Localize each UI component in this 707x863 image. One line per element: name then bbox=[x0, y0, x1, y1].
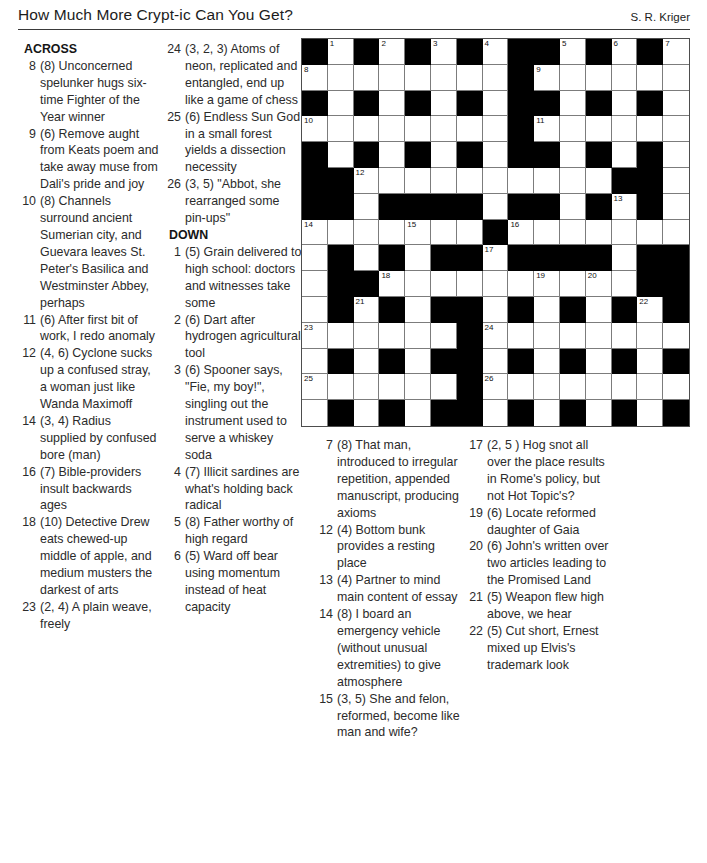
clue-down-21: 21(5) Weapon flew high above, we hear bbox=[463, 589, 610, 623]
grid-cell[interactable] bbox=[354, 116, 380, 142]
grid-cell[interactable] bbox=[560, 142, 586, 168]
cell-number: 22 bbox=[639, 297, 648, 307]
clue-text: (5) Cut short, Ernest mixed up Elvis's t… bbox=[487, 623, 610, 674]
clue-text: (10) Detective Drew eats chewed-up middl… bbox=[40, 514, 159, 599]
cell-number: 21 bbox=[356, 297, 365, 307]
clue-across-23: 23(2, 4) A plain weave, freely bbox=[16, 599, 159, 633]
clue-text: (5) Ward off bear using momentum instead… bbox=[185, 548, 302, 616]
clue-number: 19 bbox=[463, 505, 483, 539]
cell-number: 14 bbox=[304, 220, 313, 230]
cell-number: 23 bbox=[304, 323, 313, 333]
grid-cell-block bbox=[560, 349, 586, 375]
clue-number: 14 bbox=[16, 413, 36, 464]
grid-cell[interactable] bbox=[534, 220, 560, 246]
clue-down-20: 20(6) John's written over two articles l… bbox=[463, 538, 610, 589]
across-header: ACROSS bbox=[16, 41, 159, 58]
clue-text: (6) Spooner says, "Fie, my boy!", singli… bbox=[185, 362, 302, 463]
grid-cell[interactable] bbox=[379, 116, 405, 142]
grid-cell-block bbox=[534, 39, 560, 65]
clue-down-4: 4(7) Illicit sardines are what's holding… bbox=[161, 464, 302, 515]
grid-cell[interactable] bbox=[612, 245, 638, 271]
grid-cell[interactable] bbox=[612, 65, 638, 91]
grid-cell[interactable] bbox=[560, 65, 586, 91]
grid-cell-block bbox=[354, 142, 380, 168]
cell-number: 16 bbox=[510, 220, 519, 230]
grid-cell-block bbox=[560, 297, 586, 323]
grid-cell[interactable]: 11 bbox=[534, 116, 560, 142]
clue-down-2: 2(6) Dart after hydrogen agricultural to… bbox=[161, 312, 302, 363]
grid-cell[interactable] bbox=[379, 374, 405, 400]
grid-cell-block bbox=[534, 91, 560, 117]
grid-cell[interactable] bbox=[302, 245, 328, 271]
grid-cell[interactable] bbox=[328, 91, 354, 117]
grid-cell-block bbox=[663, 271, 689, 297]
grid-cell-block bbox=[457, 142, 483, 168]
grid-cell[interactable]: 22 bbox=[637, 297, 663, 323]
cell-number: 4 bbox=[485, 39, 489, 49]
grid-cell-block bbox=[612, 168, 638, 194]
grid-cell[interactable]: 4 bbox=[483, 39, 509, 65]
grid-cell-block bbox=[328, 194, 354, 220]
clue-text: (8) Channels surround ancient Sumerian c… bbox=[40, 193, 159, 311]
grid-cell[interactable] bbox=[637, 220, 663, 246]
grid-cell-block bbox=[586, 91, 612, 117]
clue-down-6: 6(5) Ward off bear using momentum instea… bbox=[161, 548, 302, 616]
grid-cell[interactable] bbox=[483, 194, 509, 220]
clue-down-19: 19(6) Locate reformed daughter of Gaia bbox=[463, 505, 610, 539]
grid-cell-block bbox=[302, 142, 328, 168]
clue-text: (6) After first bit of work, I redo anom… bbox=[40, 312, 159, 346]
clue-text: (2, 4) A plain weave, freely bbox=[40, 599, 159, 633]
grid-cell-block bbox=[508, 65, 534, 91]
grid-cell-block bbox=[508, 91, 534, 117]
grid-cell[interactable] bbox=[560, 220, 586, 246]
grid-cell[interactable] bbox=[379, 323, 405, 349]
grid-cell-block bbox=[431, 245, 457, 271]
clue-number: 25 bbox=[161, 109, 181, 177]
grid-cell-block bbox=[586, 194, 612, 220]
grid-cell[interactable] bbox=[612, 142, 638, 168]
clue-text: (6) Endless Sun God in a small forest yi… bbox=[185, 109, 302, 177]
clue-column-3: 7(8) That man, introduced to irregular r… bbox=[313, 437, 462, 741]
clue-down-7: 7(8) That man, introduced to irregular r… bbox=[313, 437, 462, 522]
grid-cell[interactable]: 16 bbox=[508, 220, 534, 246]
grid-cell-block bbox=[663, 349, 689, 375]
clue-across-11: 11(6) After first bit of work, I redo an… bbox=[16, 312, 159, 346]
grid-cell[interactable] bbox=[379, 168, 405, 194]
grid-cell-block bbox=[457, 297, 483, 323]
grid-cell[interactable]: 17 bbox=[483, 245, 509, 271]
grid-cell[interactable] bbox=[328, 220, 354, 246]
grid-cell[interactable] bbox=[354, 194, 380, 220]
grid-cell-block bbox=[457, 91, 483, 117]
grid-cell-block bbox=[302, 39, 328, 65]
grid-cell[interactable]: 23 bbox=[302, 323, 328, 349]
grid-cell[interactable] bbox=[405, 374, 431, 400]
grid-cell-block bbox=[612, 297, 638, 323]
grid-cell[interactable]: 10 bbox=[302, 116, 328, 142]
grid-cell-block bbox=[302, 168, 328, 194]
clue-text: (7) Illicit sardines are what's holding … bbox=[185, 464, 302, 515]
clue-number: 20 bbox=[463, 538, 483, 589]
grid-cell-block bbox=[637, 91, 663, 117]
cell-number: 13 bbox=[614, 194, 623, 204]
clue-number: 4 bbox=[161, 464, 181, 515]
grid-cell[interactable]: 7 bbox=[663, 39, 689, 65]
grid-cell[interactable] bbox=[431, 168, 457, 194]
clue-across-18: 18(10) Detective Drew eats chewed-up mid… bbox=[16, 514, 159, 599]
page-title: How Much More Crypt-ic Can You Get? bbox=[18, 6, 293, 24]
grid-cell[interactable] bbox=[431, 116, 457, 142]
cell-number: 1 bbox=[330, 39, 334, 49]
grid-cell-block bbox=[612, 400, 638, 426]
clue-across-25: 25(6) Endless Sun God in a small forest … bbox=[161, 109, 302, 177]
grid-cell[interactable] bbox=[354, 349, 380, 375]
clue-text: (6) Dart after hydrogen agricultural too… bbox=[185, 312, 302, 363]
grid-cell[interactable] bbox=[612, 220, 638, 246]
grid-cell[interactable] bbox=[354, 323, 380, 349]
grid-cell[interactable] bbox=[328, 65, 354, 91]
grid-cell[interactable] bbox=[508, 168, 534, 194]
grid-cell[interactable] bbox=[586, 349, 612, 375]
cell-number: 3 bbox=[433, 39, 437, 49]
grid-cell[interactable] bbox=[612, 91, 638, 117]
grid-cell-block bbox=[405, 39, 431, 65]
grid-cell[interactable] bbox=[354, 245, 380, 271]
grid-cell[interactable] bbox=[637, 323, 663, 349]
grid-cell-block bbox=[586, 142, 612, 168]
grid-cell-block bbox=[302, 194, 328, 220]
grid-cell[interactable] bbox=[560, 116, 586, 142]
grid-cell-block bbox=[328, 297, 354, 323]
grid-cell[interactable]: 6 bbox=[612, 39, 638, 65]
cell-number: 6 bbox=[614, 39, 618, 49]
grid-cell-block bbox=[586, 245, 612, 271]
grid-cell[interactable] bbox=[612, 323, 638, 349]
grid-cell[interactable] bbox=[663, 142, 689, 168]
grid-cell[interactable]: 21 bbox=[354, 297, 380, 323]
cell-number: 24 bbox=[485, 323, 494, 333]
grid-cell-block bbox=[431, 297, 457, 323]
grid-cell[interactable] bbox=[586, 116, 612, 142]
grid-cell[interactable] bbox=[483, 142, 509, 168]
cell-number: 9 bbox=[536, 65, 540, 75]
grid-cell-block bbox=[663, 400, 689, 426]
grid-cell[interactable] bbox=[586, 297, 612, 323]
grid-cell[interactable] bbox=[560, 168, 586, 194]
grid-cell[interactable] bbox=[379, 220, 405, 246]
clue-text: (4) Bottom bunk provides a resting place bbox=[337, 522, 462, 573]
grid-cell[interactable] bbox=[663, 168, 689, 194]
grid-cell[interactable] bbox=[612, 374, 638, 400]
grid-cell[interactable] bbox=[379, 142, 405, 168]
down-header: DOWN bbox=[161, 227, 302, 244]
grid-cell[interactable] bbox=[508, 374, 534, 400]
grid-cell-block bbox=[457, 194, 483, 220]
grid-cell[interactable]: 26 bbox=[483, 374, 509, 400]
grid-cell[interactable] bbox=[302, 349, 328, 375]
grid-cell[interactable] bbox=[354, 65, 380, 91]
grid-cell[interactable] bbox=[457, 220, 483, 246]
clue-down-5: 5(8) Father worthy of high regard bbox=[161, 514, 302, 548]
clue-column-4: 17(2, 5 ) Hog snot all over the place re… bbox=[463, 437, 610, 674]
grid-cell-block bbox=[560, 245, 586, 271]
grid-cell[interactable]: 12 bbox=[354, 168, 380, 194]
clue-across-24: 24(3, 2, 3) Atoms of neon, replicated an… bbox=[161, 41, 302, 109]
grid-cell[interactable]: 24 bbox=[483, 323, 509, 349]
clue-text: (5) Grain delivered to high school: doct… bbox=[185, 244, 302, 312]
grid-cell[interactable] bbox=[431, 323, 457, 349]
cell-number: 20 bbox=[588, 271, 597, 281]
grid-cell[interactable] bbox=[483, 65, 509, 91]
grid-cell-block bbox=[508, 116, 534, 142]
grid-cell-block bbox=[328, 168, 354, 194]
grid-cell[interactable] bbox=[302, 400, 328, 426]
grid-cell[interactable] bbox=[534, 297, 560, 323]
clue-number: 12 bbox=[16, 345, 36, 413]
clue-down-13: 13(4) Partner to mind main content of es… bbox=[313, 572, 462, 606]
grid-cell-block bbox=[508, 245, 534, 271]
grid-cell[interactable] bbox=[483, 116, 509, 142]
grid-cell[interactable]: 15 bbox=[405, 220, 431, 246]
grid-cell[interactable] bbox=[663, 374, 689, 400]
grid-cell[interactable] bbox=[483, 400, 509, 426]
header-rule bbox=[18, 29, 690, 30]
grid-cell[interactable] bbox=[457, 168, 483, 194]
clue-text: (8) That man, introduced to irregular re… bbox=[337, 437, 462, 522]
grid-cell[interactable] bbox=[586, 65, 612, 91]
clue-text: (8) Unconcerned spelunker hugs six-time … bbox=[40, 58, 159, 126]
grid-cell[interactable] bbox=[483, 168, 509, 194]
clue-text: (2, 5 ) Hog snot all over the place resu… bbox=[487, 437, 610, 505]
grid-cell[interactable] bbox=[457, 116, 483, 142]
grid-cell[interactable] bbox=[637, 374, 663, 400]
grid-cell[interactable] bbox=[483, 91, 509, 117]
grid-cell[interactable] bbox=[457, 271, 483, 297]
cell-number: 7 bbox=[665, 39, 669, 49]
grid-cell-block bbox=[431, 349, 457, 375]
grid-cell[interactable] bbox=[560, 271, 586, 297]
clue-number: 7 bbox=[313, 437, 333, 522]
grid-cell[interactable] bbox=[637, 116, 663, 142]
grid-cell[interactable] bbox=[379, 65, 405, 91]
grid-cell[interactable] bbox=[534, 374, 560, 400]
grid-cell-block bbox=[612, 349, 638, 375]
grid-cell[interactable] bbox=[302, 297, 328, 323]
grid-cell-block bbox=[302, 91, 328, 117]
grid-cell-block bbox=[354, 271, 380, 297]
grid-cell-block bbox=[508, 194, 534, 220]
grid-cell[interactable] bbox=[431, 220, 457, 246]
grid-cell[interactable] bbox=[508, 323, 534, 349]
grid-cell[interactable] bbox=[483, 297, 509, 323]
grid-cell-block bbox=[534, 142, 560, 168]
clue-number: 2 bbox=[161, 312, 181, 363]
clue-across-10: 10(8) Channels surround ancient Sumerian… bbox=[16, 193, 159, 311]
grid-cell[interactable] bbox=[405, 400, 431, 426]
clue-number: 23 bbox=[16, 599, 36, 633]
cell-number: 12 bbox=[356, 168, 365, 178]
grid-cell[interactable]: 25 bbox=[302, 374, 328, 400]
clue-number: 10 bbox=[16, 193, 36, 311]
grid-cell-block bbox=[354, 91, 380, 117]
clue-number: 26 bbox=[161, 176, 181, 227]
grid-cell[interactable] bbox=[612, 116, 638, 142]
grid-cell[interactable] bbox=[302, 271, 328, 297]
grid-cell[interactable] bbox=[379, 91, 405, 117]
grid-cell-block bbox=[637, 271, 663, 297]
cell-number: 25 bbox=[304, 374, 313, 384]
clue-text: (8) Father worthy of high regard bbox=[185, 514, 302, 548]
grid-cell[interactable] bbox=[328, 116, 354, 142]
grid-cell[interactable]: 3 bbox=[431, 39, 457, 65]
grid-cell[interactable] bbox=[637, 400, 663, 426]
grid-cell[interactable] bbox=[663, 91, 689, 117]
grid-cell-block bbox=[328, 271, 354, 297]
clue-text: (5) Weapon flew high above, we hear bbox=[487, 589, 610, 623]
grid-cell[interactable] bbox=[354, 220, 380, 246]
grid-cell[interactable] bbox=[405, 116, 431, 142]
cell-number: 26 bbox=[485, 374, 494, 384]
cell-number: 11 bbox=[536, 116, 544, 126]
grid-cell[interactable] bbox=[586, 168, 612, 194]
grid-cell[interactable] bbox=[328, 142, 354, 168]
grid-cell-block bbox=[431, 400, 457, 426]
grid-cell[interactable] bbox=[612, 271, 638, 297]
cell-number: 2 bbox=[381, 39, 385, 49]
grid-cell-block bbox=[379, 245, 405, 271]
grid-cell[interactable] bbox=[431, 91, 457, 117]
clue-text: (3, 2, 3) Atoms of neon, replicated and … bbox=[185, 41, 302, 109]
grid-cell[interactable] bbox=[560, 323, 586, 349]
grid-cell[interactable] bbox=[405, 168, 431, 194]
grid-cell[interactable] bbox=[431, 142, 457, 168]
grid-cell-block bbox=[534, 194, 560, 220]
grid-cell-block bbox=[508, 400, 534, 426]
grid-cell[interactable] bbox=[560, 374, 586, 400]
grid-cell[interactable]: 1 bbox=[328, 39, 354, 65]
clue-number: 11 bbox=[16, 312, 36, 346]
grid-cell-block bbox=[663, 245, 689, 271]
grid-cell[interactable]: 14 bbox=[302, 220, 328, 246]
grid-cell[interactable]: 9 bbox=[534, 65, 560, 91]
grid-cell[interactable] bbox=[431, 65, 457, 91]
grid-cell-block bbox=[405, 194, 431, 220]
grid-cell[interactable] bbox=[405, 65, 431, 91]
grid-cell-block bbox=[663, 297, 689, 323]
grid-cell-block bbox=[405, 142, 431, 168]
clue-text: (6) Locate reformed daughter of Gaia bbox=[487, 505, 610, 539]
clue-column-1: ACROSS8(8) Unconcerned spelunker hugs si… bbox=[16, 41, 159, 633]
grid-cell[interactable] bbox=[405, 297, 431, 323]
grid-cell[interactable] bbox=[586, 400, 612, 426]
grid-cell[interactable]: 18 bbox=[379, 271, 405, 297]
puzzle-page: How Much More Crypt-ic Can You Get? S. R… bbox=[0, 0, 707, 863]
clue-across-9: 9(6) Remove aught from Keats poem and ta… bbox=[16, 126, 159, 194]
clue-down-3: 3(6) Spooner says, "Fie, my boy!", singl… bbox=[161, 362, 302, 463]
byline: S. R. Kriger bbox=[631, 11, 690, 23]
grid-cell-block bbox=[457, 349, 483, 375]
grid-cell[interactable] bbox=[663, 220, 689, 246]
grid-cell-block bbox=[637, 194, 663, 220]
grid-cell-block bbox=[379, 400, 405, 426]
grid-cell[interactable]: 19 bbox=[534, 271, 560, 297]
grid-cell-block bbox=[508, 142, 534, 168]
clue-number: 8 bbox=[16, 58, 36, 126]
grid-cell[interactable] bbox=[586, 323, 612, 349]
grid-cell[interactable] bbox=[431, 271, 457, 297]
clue-across-8: 8(8) Unconcerned spelunker hugs six-time… bbox=[16, 58, 159, 126]
grid-cell[interactable]: 13 bbox=[612, 194, 638, 220]
clue-number: 22 bbox=[463, 623, 483, 674]
grid-cell[interactable]: 2 bbox=[379, 39, 405, 65]
clue-across-16: 16(7) Bible-providers insult backwards a… bbox=[16, 464, 159, 515]
grid-cell-block bbox=[508, 297, 534, 323]
clue-number: 9 bbox=[16, 126, 36, 194]
grid-cell[interactable] bbox=[405, 323, 431, 349]
grid-cell[interactable] bbox=[457, 65, 483, 91]
grid-cell[interactable] bbox=[405, 271, 431, 297]
grid-cell[interactable] bbox=[354, 400, 380, 426]
grid-cell[interactable] bbox=[586, 220, 612, 246]
grid-cell[interactable] bbox=[508, 271, 534, 297]
grid-cell[interactable] bbox=[560, 91, 586, 117]
grid-cell[interactable] bbox=[663, 116, 689, 142]
grid-cell[interactable] bbox=[586, 374, 612, 400]
clue-text: (4) Partner to mind main content of essa… bbox=[337, 572, 462, 606]
clue-text: (7) Bible-providers insult backwards age… bbox=[40, 464, 159, 515]
clue-number: 17 bbox=[463, 437, 483, 505]
grid-cell[interactable] bbox=[663, 323, 689, 349]
grid-cell[interactable] bbox=[431, 374, 457, 400]
grid-cell[interactable]: 20 bbox=[586, 271, 612, 297]
clue-text: (8) I board an emergency vehicle (withou… bbox=[337, 606, 462, 691]
grid-cell[interactable] bbox=[637, 349, 663, 375]
clue-text: (3, 5) "Abbot, she rearranged some pin-u… bbox=[185, 176, 302, 227]
cell-number: 17 bbox=[485, 245, 494, 255]
grid-cell-block bbox=[508, 39, 534, 65]
grid-cell[interactable] bbox=[354, 374, 380, 400]
grid-cell-block bbox=[637, 168, 663, 194]
clue-text: (4, 6) Cyclone sucks up a confused stray… bbox=[40, 345, 159, 413]
grid-cell[interactable] bbox=[534, 168, 560, 194]
grid-cell-block bbox=[637, 39, 663, 65]
grid-cell[interactable] bbox=[534, 323, 560, 349]
clue-text: (6) John's written over two articles lea… bbox=[487, 538, 610, 589]
grid-cell[interactable] bbox=[637, 65, 663, 91]
grid-cell[interactable] bbox=[483, 271, 509, 297]
grid-cell[interactable] bbox=[663, 194, 689, 220]
grid-cell-block bbox=[457, 39, 483, 65]
clue-number: 14 bbox=[313, 606, 333, 691]
grid-cell[interactable] bbox=[405, 245, 431, 271]
grid-cell[interactable] bbox=[405, 349, 431, 375]
grid-cell-block bbox=[379, 297, 405, 323]
clue-down-15: 15(3, 5) She and felon, reformed, become… bbox=[313, 691, 462, 742]
cell-number: 19 bbox=[536, 271, 545, 281]
clue-number: 21 bbox=[463, 589, 483, 623]
grid-cell[interactable]: 8 bbox=[302, 65, 328, 91]
grid-cell[interactable] bbox=[560, 194, 586, 220]
grid-cell[interactable] bbox=[483, 349, 509, 375]
clue-down-12: 12(4) Bottom bunk provides a resting pla… bbox=[313, 522, 462, 573]
grid-cell[interactable] bbox=[328, 323, 354, 349]
grid-cell[interactable] bbox=[534, 349, 560, 375]
grid-cell[interactable] bbox=[534, 400, 560, 426]
grid-cell[interactable]: 5 bbox=[560, 39, 586, 65]
grid-cell[interactable] bbox=[663, 65, 689, 91]
grid-cell[interactable] bbox=[328, 374, 354, 400]
